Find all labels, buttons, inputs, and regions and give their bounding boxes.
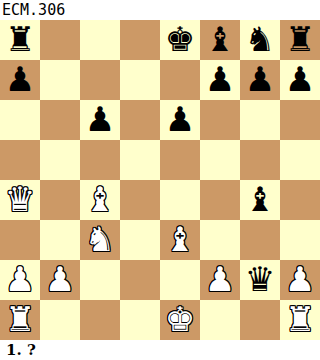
footer-bar: 1. ? [0, 340, 320, 360]
square-a8[interactable]: ♜ [0, 20, 40, 60]
square-d7[interactable] [120, 60, 160, 100]
square-g1[interactable] [240, 300, 280, 340]
piece-black-pawn: ♟ [165, 100, 195, 139]
square-d2[interactable] [120, 260, 160, 300]
piece-white-rook: ♜ [285, 300, 315, 339]
square-g6[interactable] [240, 100, 280, 140]
square-d8[interactable] [120, 20, 160, 60]
square-c4[interactable]: ♝ [80, 180, 120, 220]
square-e5[interactable] [160, 140, 200, 180]
piece-black-rook: ♜ [285, 20, 315, 59]
piece-black-pawn: ♟ [205, 60, 235, 99]
square-g8[interactable]: ♞ [240, 20, 280, 60]
piece-white-knight: ♞ [85, 220, 115, 259]
square-a5[interactable] [0, 140, 40, 180]
square-d4[interactable] [120, 180, 160, 220]
square-b3[interactable] [40, 220, 80, 260]
square-c8[interactable] [80, 20, 120, 60]
piece-white-bishop: ♝ [85, 180, 115, 219]
move-prompt: 1. ? [0, 340, 36, 360]
square-h5[interactable] [280, 140, 320, 180]
square-f3[interactable] [200, 220, 240, 260]
piece-white-king: ♚ [165, 300, 195, 339]
square-f8[interactable]: ♝ [200, 20, 240, 60]
chess-program-window: ECM.306 ♜♚♝♞♜♟♟♟♟♟♟♛♝♝♞♝♟♟♟♛♟♜♚♜ 1. ? [0, 0, 320, 360]
piece-black-queen: ♛ [245, 260, 275, 299]
square-h1[interactable]: ♜ [280, 300, 320, 340]
square-a2[interactable]: ♟ [0, 260, 40, 300]
square-h2[interactable]: ♟ [280, 260, 320, 300]
square-f6[interactable] [200, 100, 240, 140]
square-h3[interactable] [280, 220, 320, 260]
square-f5[interactable] [200, 140, 240, 180]
square-b7[interactable] [40, 60, 80, 100]
square-b8[interactable] [40, 20, 80, 60]
square-g5[interactable] [240, 140, 280, 180]
piece-black-king: ♚ [165, 20, 195, 59]
square-c3[interactable]: ♞ [80, 220, 120, 260]
piece-white-pawn: ♟ [205, 260, 235, 299]
header-bar: ECM.306 [0, 0, 320, 20]
piece-white-pawn: ♟ [5, 260, 35, 299]
square-c5[interactable] [80, 140, 120, 180]
piece-black-pawn: ♟ [245, 60, 275, 99]
square-c2[interactable] [80, 260, 120, 300]
square-a4[interactable]: ♛ [0, 180, 40, 220]
piece-black-bishop: ♝ [205, 20, 235, 59]
piece-black-pawn: ♟ [85, 100, 115, 139]
piece-black-rook: ♜ [5, 20, 35, 59]
square-f4[interactable] [200, 180, 240, 220]
square-b5[interactable] [40, 140, 80, 180]
square-a3[interactable] [0, 220, 40, 260]
chess-board: ♜♚♝♞♜♟♟♟♟♟♟♛♝♝♞♝♟♟♟♛♟♜♚♜ [0, 20, 320, 340]
square-e3[interactable]: ♝ [160, 220, 200, 260]
square-h8[interactable]: ♜ [280, 20, 320, 60]
square-h4[interactable] [280, 180, 320, 220]
square-c7[interactable] [80, 60, 120, 100]
square-h6[interactable] [280, 100, 320, 140]
piece-black-bishop: ♝ [245, 180, 275, 219]
square-e8[interactable]: ♚ [160, 20, 200, 60]
piece-white-queen: ♛ [5, 180, 35, 219]
square-b1[interactable] [40, 300, 80, 340]
square-g3[interactable] [240, 220, 280, 260]
square-e6[interactable]: ♟ [160, 100, 200, 140]
piece-white-pawn: ♟ [45, 260, 75, 299]
square-e4[interactable] [160, 180, 200, 220]
square-g2[interactable]: ♛ [240, 260, 280, 300]
square-f7[interactable]: ♟ [200, 60, 240, 100]
piece-black-pawn: ♟ [5, 60, 35, 99]
square-g7[interactable]: ♟ [240, 60, 280, 100]
square-e2[interactable] [160, 260, 200, 300]
square-g4[interactable]: ♝ [240, 180, 280, 220]
piece-black-pawn: ♟ [285, 60, 315, 99]
square-h7[interactable]: ♟ [280, 60, 320, 100]
piece-white-bishop: ♝ [165, 220, 195, 259]
square-e7[interactable] [160, 60, 200, 100]
position-label: ECM.306 [0, 0, 65, 20]
square-f2[interactable]: ♟ [200, 260, 240, 300]
square-a6[interactable] [0, 100, 40, 140]
square-d1[interactable] [120, 300, 160, 340]
piece-white-pawn: ♟ [285, 260, 315, 299]
square-b2[interactable]: ♟ [40, 260, 80, 300]
square-d3[interactable] [120, 220, 160, 260]
piece-white-rook: ♜ [5, 300, 35, 339]
square-a7[interactable]: ♟ [0, 60, 40, 100]
piece-black-knight: ♞ [245, 20, 275, 59]
square-d5[interactable] [120, 140, 160, 180]
square-a1[interactable]: ♜ [0, 300, 40, 340]
square-c6[interactable]: ♟ [80, 100, 120, 140]
square-b4[interactable] [40, 180, 80, 220]
square-d6[interactable] [120, 100, 160, 140]
square-b6[interactable] [40, 100, 80, 140]
square-c1[interactable] [80, 300, 120, 340]
square-e1[interactable]: ♚ [160, 300, 200, 340]
square-f1[interactable] [200, 300, 240, 340]
